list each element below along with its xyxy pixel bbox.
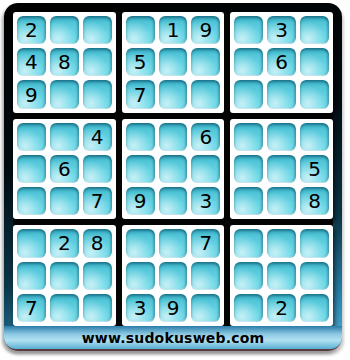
cell-r2-c4: 5: [126, 48, 155, 76]
cell-r6-c1[interactable]: [17, 187, 46, 215]
cell-r4-c5[interactable]: [159, 123, 188, 151]
cell-r2-c1: 4: [17, 48, 46, 76]
block-r3-c1: 287: [13, 225, 116, 326]
cell-r5-c2: 6: [50, 155, 79, 183]
cell-r3-c7[interactable]: [234, 80, 263, 108]
cell-r1-c5: 1: [159, 16, 188, 44]
cell-r1-c4[interactable]: [126, 16, 155, 44]
cell-r5-c4[interactable]: [126, 155, 155, 183]
block-r1-c2: 1957: [122, 12, 225, 113]
cell-r8-c1[interactable]: [17, 262, 46, 290]
cell-r7-c8[interactable]: [267, 229, 296, 257]
cell-r9-c6[interactable]: [191, 294, 220, 322]
cell-r2-c7[interactable]: [234, 48, 263, 76]
cell-r6-c8[interactable]: [267, 187, 296, 215]
cell-r2-c6[interactable]: [191, 48, 220, 76]
block-r3-c2: 739: [122, 225, 225, 326]
cell-r2-c2: 8: [50, 48, 79, 76]
cell-r8-c3[interactable]: [83, 262, 112, 290]
cell-r1-c6: 9: [191, 16, 220, 44]
cell-r3-c2[interactable]: [50, 80, 79, 108]
cell-r2-c3[interactable]: [83, 48, 112, 76]
cell-r5-c8[interactable]: [267, 155, 296, 183]
cell-r8-c4[interactable]: [126, 262, 155, 290]
cell-r9-c9[interactable]: [300, 294, 329, 322]
cell-r3-c4: 7: [126, 80, 155, 108]
cell-r1-c8: 3: [267, 16, 296, 44]
cell-r1-c3[interactable]: [83, 16, 112, 44]
cell-r3-c3[interactable]: [83, 80, 112, 108]
cell-r5-c5[interactable]: [159, 155, 188, 183]
cell-r3-c1: 9: [17, 80, 46, 108]
cell-r9-c2[interactable]: [50, 294, 79, 322]
cell-r1-c2[interactable]: [50, 16, 79, 44]
cell-r7-c6: 7: [191, 229, 220, 257]
cell-r8-c9[interactable]: [300, 262, 329, 290]
cell-r4-c4[interactable]: [126, 123, 155, 151]
cell-r4-c9[interactable]: [300, 123, 329, 151]
block-r1-c3: 36: [230, 12, 333, 113]
cell-r6-c4: 9: [126, 187, 155, 215]
cell-r8-c6[interactable]: [191, 262, 220, 290]
sudoku-grid: 2489195736467693582877392: [13, 12, 333, 326]
cell-r7-c2: 2: [50, 229, 79, 257]
block-r2-c2: 693: [122, 119, 225, 220]
cell-r5-c1[interactable]: [17, 155, 46, 183]
cell-r3-c9[interactable]: [300, 80, 329, 108]
cell-r8-c8[interactable]: [267, 262, 296, 290]
cell-r5-c6[interactable]: [191, 155, 220, 183]
cell-r7-c4[interactable]: [126, 229, 155, 257]
block-r2-c1: 467: [13, 119, 116, 220]
cell-r3-c8[interactable]: [267, 80, 296, 108]
cell-r2-c5[interactable]: [159, 48, 188, 76]
cell-r6-c7[interactable]: [234, 187, 263, 215]
cell-r9-c3[interactable]: [83, 294, 112, 322]
cell-r4-c2[interactable]: [50, 123, 79, 151]
cell-r3-c5[interactable]: [159, 80, 188, 108]
cell-r6-c9: 8: [300, 187, 329, 215]
cell-r1-c7[interactable]: [234, 16, 263, 44]
block-r3-c3: 2: [230, 225, 333, 326]
block-r2-c3: 58: [230, 119, 333, 220]
cell-r5-c9: 5: [300, 155, 329, 183]
cell-r9-c8: 2: [267, 294, 296, 322]
cell-r4-c6: 6: [191, 123, 220, 151]
cell-r4-c3: 4: [83, 123, 112, 151]
cell-r7-c5[interactable]: [159, 229, 188, 257]
cell-r9-c5: 9: [159, 294, 188, 322]
cell-r7-c1[interactable]: [17, 229, 46, 257]
cell-r6-c3: 7: [83, 187, 112, 215]
cell-r9-c7[interactable]: [234, 294, 263, 322]
cell-r8-c2[interactable]: [50, 262, 79, 290]
cell-r4-c8[interactable]: [267, 123, 296, 151]
cell-r8-c5[interactable]: [159, 262, 188, 290]
cell-r8-c7[interactable]: [234, 262, 263, 290]
cell-r1-c9[interactable]: [300, 16, 329, 44]
cell-r5-c3[interactable]: [83, 155, 112, 183]
cell-r7-c3: 8: [83, 229, 112, 257]
block-r1-c1: 2489: [13, 12, 116, 113]
sudoku-board: 2489195736467693582877392 www.sudokusweb…: [4, 3, 342, 351]
cell-r7-c7[interactable]: [234, 229, 263, 257]
cell-r6-c2[interactable]: [50, 187, 79, 215]
cell-r1-c1: 2: [17, 16, 46, 44]
cell-r4-c1[interactable]: [17, 123, 46, 151]
cell-r3-c6[interactable]: [191, 80, 220, 108]
cell-r4-c7[interactable]: [234, 123, 263, 151]
cell-r9-c4: 3: [126, 294, 155, 322]
cell-r5-c7[interactable]: [234, 155, 263, 183]
footer-url[interactable]: www.sudokusweb.com: [82, 330, 265, 346]
cell-r2-c9[interactable]: [300, 48, 329, 76]
cell-r6-c5[interactable]: [159, 187, 188, 215]
cell-r9-c1: 7: [17, 294, 46, 322]
footer-bar: www.sudokusweb.com: [4, 326, 342, 349]
cell-r7-c9[interactable]: [300, 229, 329, 257]
cell-r2-c8: 6: [267, 48, 296, 76]
cell-r6-c6: 3: [191, 187, 220, 215]
